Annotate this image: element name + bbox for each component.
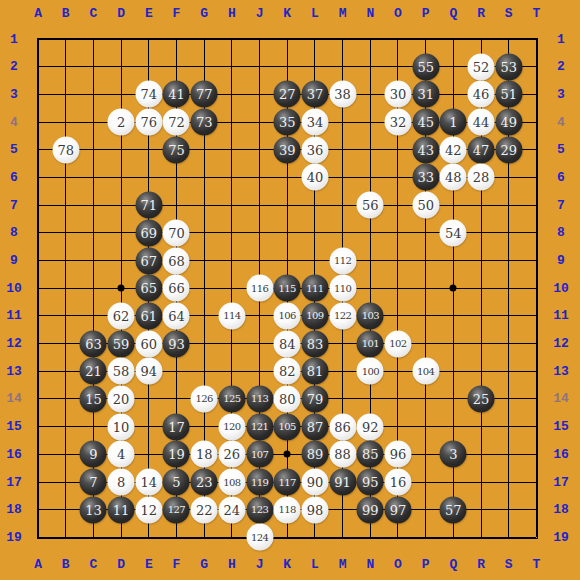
intersection-O18[interactable]: 97 [384,496,412,524]
intersection-Q6[interactable]: 48 [440,164,468,192]
intersection-E7[interactable]: 71 [135,191,163,219]
intersection-A2[interactable] [24,53,52,81]
intersection-S6[interactable] [495,164,523,192]
intersection-P13[interactable]: 104 [412,357,440,385]
intersection-M12[interactable] [329,330,357,358]
intersection-R8[interactable] [467,219,495,247]
intersection-Q13[interactable] [440,357,468,385]
intersection-M7[interactable] [329,191,357,219]
intersection-M19[interactable] [329,524,357,552]
intersection-P6[interactable]: 33 [412,164,440,192]
intersection-H14[interactable]: 125 [218,385,246,413]
intersection-L7[interactable] [301,191,329,219]
intersection-J17[interactable]: 119 [246,468,274,496]
intersection-O4[interactable]: 32 [384,108,412,136]
intersection-D12[interactable]: 59 [107,330,135,358]
intersection-F3[interactable]: 41 [163,81,191,109]
intersection-O19[interactable] [384,524,412,552]
intersection-N14[interactable] [356,385,384,413]
intersection-M10[interactable]: 110 [329,274,357,302]
intersection-H7[interactable] [218,191,246,219]
intersection-K6[interactable] [273,164,301,192]
intersection-R16[interactable] [467,441,495,469]
intersection-R14[interactable]: 25 [467,385,495,413]
intersection-A15[interactable] [24,413,52,441]
intersection-J12[interactable] [246,330,274,358]
intersection-S5[interactable]: 29 [495,136,523,164]
intersection-L12[interactable]: 83 [301,330,329,358]
intersection-T17[interactable] [523,468,551,496]
intersection-S2[interactable]: 53 [495,53,523,81]
intersection-T16[interactable] [523,441,551,469]
intersection-Q3[interactable] [440,81,468,109]
intersection-F2[interactable] [163,53,191,81]
intersection-B8[interactable] [52,219,80,247]
intersection-F6[interactable] [163,164,191,192]
intersection-R15[interactable] [467,413,495,441]
intersection-E5[interactable] [135,136,163,164]
intersection-S9[interactable] [495,247,523,275]
intersection-O9[interactable] [384,247,412,275]
intersection-E9[interactable]: 67 [135,247,163,275]
intersection-P7[interactable]: 50 [412,191,440,219]
intersection-N11[interactable]: 103 [356,302,384,330]
intersection-N10[interactable] [356,274,384,302]
intersection-O8[interactable] [384,219,412,247]
intersection-S8[interactable] [495,219,523,247]
intersection-T15[interactable] [523,413,551,441]
intersection-N15[interactable]: 92 [356,413,384,441]
intersection-G19[interactable] [190,524,218,552]
intersection-M11[interactable]: 122 [329,302,357,330]
intersection-D7[interactable] [107,191,135,219]
intersection-Q2[interactable] [440,53,468,81]
intersection-T5[interactable] [523,136,551,164]
intersection-P1[interactable] [412,25,440,53]
intersection-H6[interactable] [218,164,246,192]
intersection-C16[interactable]: 9 [80,441,108,469]
intersection-P9[interactable] [412,247,440,275]
intersection-H1[interactable] [218,25,246,53]
intersection-B4[interactable] [52,108,80,136]
intersection-M3[interactable]: 38 [329,81,357,109]
intersection-E1[interactable] [135,25,163,53]
intersection-R3[interactable]: 46 [467,81,495,109]
intersection-F16[interactable]: 19 [163,441,191,469]
intersection-R12[interactable] [467,330,495,358]
intersection-L4[interactable]: 34 [301,108,329,136]
intersection-P8[interactable] [412,219,440,247]
intersection-P18[interactable] [412,496,440,524]
intersection-D15[interactable]: 10 [107,413,135,441]
intersection-O17[interactable]: 16 [384,468,412,496]
intersection-J18[interactable]: 123 [246,496,274,524]
intersection-R4[interactable]: 44 [467,108,495,136]
intersection-H3[interactable] [218,81,246,109]
intersection-E4[interactable]: 76 [135,108,163,136]
intersection-H4[interactable] [218,108,246,136]
intersection-H18[interactable]: 24 [218,496,246,524]
intersection-K3[interactable]: 27 [273,81,301,109]
intersection-D6[interactable] [107,164,135,192]
intersection-R7[interactable] [467,191,495,219]
intersection-D16[interactable]: 4 [107,441,135,469]
intersection-L17[interactable]: 90 [301,468,329,496]
intersection-G18[interactable]: 22 [190,496,218,524]
intersection-T6[interactable] [523,164,551,192]
intersection-D18[interactable]: 11 [107,496,135,524]
intersection-R19[interactable] [467,524,495,552]
intersection-H2[interactable] [218,53,246,81]
intersection-H10[interactable] [218,274,246,302]
intersection-K5[interactable]: 39 [273,136,301,164]
intersection-K9[interactable] [273,247,301,275]
intersection-R13[interactable] [467,357,495,385]
intersection-R2[interactable]: 52 [467,53,495,81]
intersection-L3[interactable]: 37 [301,81,329,109]
intersection-N18[interactable]: 99 [356,496,384,524]
intersection-C7[interactable] [80,191,108,219]
intersection-E14[interactable] [135,385,163,413]
intersection-K2[interactable] [273,53,301,81]
intersection-L15[interactable]: 87 [301,413,329,441]
intersection-A12[interactable] [24,330,52,358]
intersection-S14[interactable] [495,385,523,413]
intersection-S12[interactable] [495,330,523,358]
intersection-R1[interactable] [467,25,495,53]
intersection-L9[interactable] [301,247,329,275]
intersection-O3[interactable]: 30 [384,81,412,109]
intersection-G5[interactable] [190,136,218,164]
intersection-D19[interactable] [107,524,135,552]
intersection-A10[interactable] [24,274,52,302]
intersection-B7[interactable] [52,191,80,219]
intersection-S3[interactable]: 51 [495,81,523,109]
intersection-F5[interactable]: 75 [163,136,191,164]
intersection-O12[interactable]: 102 [384,330,412,358]
intersection-N8[interactable] [356,219,384,247]
intersection-Q10[interactable] [440,274,468,302]
intersection-J15[interactable]: 121 [246,413,274,441]
intersection-F9[interactable]: 68 [163,247,191,275]
intersection-N13[interactable]: 100 [356,357,384,385]
intersection-P12[interactable] [412,330,440,358]
intersection-H8[interactable] [218,219,246,247]
intersection-J5[interactable] [246,136,274,164]
intersection-C10[interactable] [80,274,108,302]
intersection-B2[interactable] [52,53,80,81]
intersection-S17[interactable] [495,468,523,496]
intersection-B11[interactable] [52,302,80,330]
intersection-Q15[interactable] [440,413,468,441]
intersection-G6[interactable] [190,164,218,192]
intersection-P15[interactable] [412,413,440,441]
intersection-K13[interactable]: 82 [273,357,301,385]
intersection-P4[interactable]: 45 [412,108,440,136]
intersection-G10[interactable] [190,274,218,302]
intersection-H19[interactable] [218,524,246,552]
intersection-K11[interactable]: 106 [273,302,301,330]
intersection-M5[interactable] [329,136,357,164]
intersection-H16[interactable]: 26 [218,441,246,469]
intersection-A6[interactable] [24,164,52,192]
intersection-T13[interactable] [523,357,551,385]
intersection-P14[interactable] [412,385,440,413]
intersection-G2[interactable] [190,53,218,81]
intersection-M13[interactable] [329,357,357,385]
intersection-O10[interactable] [384,274,412,302]
intersection-R5[interactable]: 47 [467,136,495,164]
intersection-F12[interactable]: 93 [163,330,191,358]
intersection-C1[interactable] [80,25,108,53]
intersection-C8[interactable] [80,219,108,247]
intersection-R11[interactable] [467,302,495,330]
intersection-G3[interactable]: 77 [190,81,218,109]
intersection-F7[interactable] [163,191,191,219]
intersection-A9[interactable] [24,247,52,275]
intersection-B3[interactable] [52,81,80,109]
intersection-T11[interactable] [523,302,551,330]
intersection-Q7[interactable] [440,191,468,219]
intersection-S13[interactable] [495,357,523,385]
intersection-T10[interactable] [523,274,551,302]
intersection-R18[interactable] [467,496,495,524]
intersection-S1[interactable] [495,25,523,53]
intersection-Q5[interactable]: 42 [440,136,468,164]
intersection-Q4[interactable]: 1 [440,108,468,136]
intersection-E3[interactable]: 74 [135,81,163,109]
intersection-O7[interactable] [384,191,412,219]
intersection-E18[interactable]: 12 [135,496,163,524]
intersection-L11[interactable]: 109 [301,302,329,330]
intersection-G1[interactable] [190,25,218,53]
intersection-M6[interactable] [329,164,357,192]
intersection-O13[interactable] [384,357,412,385]
intersection-J11[interactable] [246,302,274,330]
intersection-D11[interactable]: 62 [107,302,135,330]
intersection-P3[interactable]: 31 [412,81,440,109]
intersection-C15[interactable] [80,413,108,441]
intersection-L14[interactable]: 79 [301,385,329,413]
intersection-J1[interactable] [246,25,274,53]
intersection-P11[interactable] [412,302,440,330]
intersection-O6[interactable] [384,164,412,192]
intersection-S15[interactable] [495,413,523,441]
intersection-M17[interactable]: 91 [329,468,357,496]
intersection-T14[interactable] [523,385,551,413]
intersection-D14[interactable]: 20 [107,385,135,413]
intersection-E11[interactable]: 61 [135,302,163,330]
intersection-G4[interactable]: 73 [190,108,218,136]
intersection-F10[interactable]: 66 [163,274,191,302]
intersection-P5[interactable]: 43 [412,136,440,164]
intersection-B16[interactable] [52,441,80,469]
intersection-B10[interactable] [52,274,80,302]
intersection-G11[interactable] [190,302,218,330]
intersection-N7[interactable]: 56 [356,191,384,219]
intersection-K19[interactable] [273,524,301,552]
intersection-N5[interactable] [356,136,384,164]
intersection-M1[interactable] [329,25,357,53]
intersection-B15[interactable] [52,413,80,441]
intersection-L8[interactable] [301,219,329,247]
intersection-E6[interactable] [135,164,163,192]
intersection-F15[interactable]: 17 [163,413,191,441]
intersection-R17[interactable] [467,468,495,496]
intersection-Q18[interactable]: 57 [440,496,468,524]
intersection-J13[interactable] [246,357,274,385]
intersection-A1[interactable] [24,25,52,53]
intersection-S19[interactable] [495,524,523,552]
intersection-J4[interactable] [246,108,274,136]
intersection-P17[interactable] [412,468,440,496]
intersection-O1[interactable] [384,25,412,53]
intersection-G17[interactable]: 23 [190,468,218,496]
intersection-S11[interactable] [495,302,523,330]
intersection-C2[interactable] [80,53,108,81]
intersection-J16[interactable]: 107 [246,441,274,469]
intersection-C13[interactable]: 21 [80,357,108,385]
intersection-M2[interactable] [329,53,357,81]
intersection-Q12[interactable] [440,330,468,358]
intersection-T7[interactable] [523,191,551,219]
intersection-G8[interactable] [190,219,218,247]
intersection-A13[interactable] [24,357,52,385]
intersection-G13[interactable] [190,357,218,385]
intersection-G15[interactable] [190,413,218,441]
intersection-L16[interactable]: 89 [301,441,329,469]
intersection-E8[interactable]: 69 [135,219,163,247]
intersection-P19[interactable] [412,524,440,552]
intersection-Q11[interactable] [440,302,468,330]
intersection-B6[interactable] [52,164,80,192]
intersection-O16[interactable]: 96 [384,441,412,469]
intersection-B17[interactable] [52,468,80,496]
intersection-Q19[interactable] [440,524,468,552]
intersection-F8[interactable]: 70 [163,219,191,247]
intersection-A8[interactable] [24,219,52,247]
intersection-M9[interactable]: 112 [329,247,357,275]
intersection-H11[interactable]: 114 [218,302,246,330]
intersection-K10[interactable]: 115 [273,274,301,302]
intersection-J6[interactable] [246,164,274,192]
intersection-L18[interactable]: 98 [301,496,329,524]
intersection-D3[interactable] [107,81,135,109]
intersection-B12[interactable] [52,330,80,358]
intersection-L1[interactable] [301,25,329,53]
intersection-H13[interactable] [218,357,246,385]
intersection-M15[interactable]: 86 [329,413,357,441]
intersection-O11[interactable] [384,302,412,330]
intersection-B18[interactable] [52,496,80,524]
intersection-C6[interactable] [80,164,108,192]
intersection-C3[interactable] [80,81,108,109]
intersection-J8[interactable] [246,219,274,247]
intersection-H9[interactable] [218,247,246,275]
intersection-P2[interactable]: 55 [412,53,440,81]
intersection-L5[interactable]: 36 [301,136,329,164]
intersection-L13[interactable]: 81 [301,357,329,385]
intersection-A4[interactable] [24,108,52,136]
intersection-H12[interactable] [218,330,246,358]
intersection-K8[interactable] [273,219,301,247]
intersection-P10[interactable] [412,274,440,302]
intersection-M16[interactable]: 88 [329,441,357,469]
intersection-H15[interactable]: 120 [218,413,246,441]
intersection-B9[interactable] [52,247,80,275]
intersection-O15[interactable] [384,413,412,441]
intersection-F19[interactable] [163,524,191,552]
intersection-O2[interactable] [384,53,412,81]
intersection-J19[interactable]: 124 [246,524,274,552]
intersection-N4[interactable] [356,108,384,136]
intersection-J14[interactable]: 113 [246,385,274,413]
intersection-A17[interactable] [24,468,52,496]
intersection-C19[interactable] [80,524,108,552]
intersection-N12[interactable]: 101 [356,330,384,358]
intersection-M4[interactable] [329,108,357,136]
intersection-T2[interactable] [523,53,551,81]
intersection-A5[interactable] [24,136,52,164]
intersection-M8[interactable] [329,219,357,247]
intersection-T8[interactable] [523,219,551,247]
intersection-R6[interactable]: 28 [467,164,495,192]
intersection-E10[interactable]: 65 [135,274,163,302]
intersection-L2[interactable] [301,53,329,81]
intersection-A16[interactable] [24,441,52,469]
intersection-S7[interactable] [495,191,523,219]
intersection-H5[interactable] [218,136,246,164]
intersection-B5[interactable]: 78 [52,136,80,164]
intersection-Q8[interactable]: 54 [440,219,468,247]
intersection-N2[interactable] [356,53,384,81]
intersection-D4[interactable]: 2 [107,108,135,136]
intersection-F4[interactable]: 72 [163,108,191,136]
intersection-K14[interactable]: 80 [273,385,301,413]
intersection-T19[interactable] [523,524,551,552]
intersection-T4[interactable] [523,108,551,136]
intersection-T1[interactable] [523,25,551,53]
intersection-D2[interactable] [107,53,135,81]
intersection-C5[interactable] [80,136,108,164]
intersection-L10[interactable]: 111 [301,274,329,302]
intersection-N17[interactable]: 95 [356,468,384,496]
intersection-J7[interactable] [246,191,274,219]
intersection-D10[interactable] [107,274,135,302]
intersection-J10[interactable]: 116 [246,274,274,302]
intersection-O14[interactable] [384,385,412,413]
intersection-C17[interactable]: 7 [80,468,108,496]
intersection-T9[interactable] [523,247,551,275]
intersection-A14[interactable] [24,385,52,413]
intersection-B13[interactable] [52,357,80,385]
intersection-B1[interactable] [52,25,80,53]
intersection-A18[interactable] [24,496,52,524]
intersection-Q16[interactable]: 3 [440,441,468,469]
intersection-D1[interactable] [107,25,135,53]
intersection-A7[interactable] [24,191,52,219]
intersection-C18[interactable]: 13 [80,496,108,524]
intersection-N1[interactable] [356,25,384,53]
intersection-F17[interactable]: 5 [163,468,191,496]
intersection-G9[interactable] [190,247,218,275]
intersection-D13[interactable]: 58 [107,357,135,385]
intersection-E15[interactable] [135,413,163,441]
intersection-G12[interactable] [190,330,218,358]
intersection-G7[interactable] [190,191,218,219]
intersection-K16[interactable] [273,441,301,469]
intersection-D8[interactable] [107,219,135,247]
